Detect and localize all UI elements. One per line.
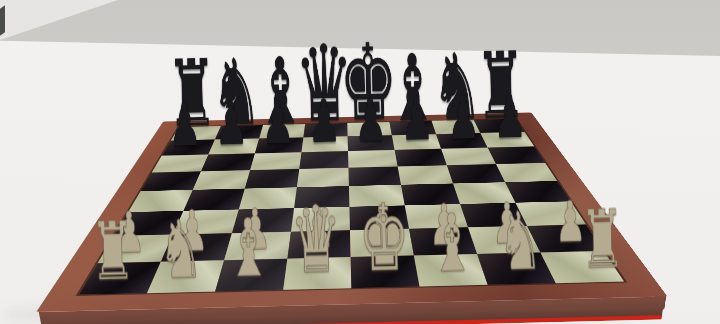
square-c1[interactable]: ♝ [215,259,287,292]
square-a7[interactable]: ♟ [162,140,215,156]
square-d6[interactable] [299,151,348,169]
board-border: ♜♞♝♛♚♝♞♜♟♟♟♟♟♟♟♟♟♟♟♟♟♟♟♟♜♞♝♛♚♝♞♜ [36,113,667,312]
square-g5[interactable] [447,164,505,183]
black-pawn[interactable]: ♟ [493,86,528,147]
black-pawn[interactable]: ♟ [446,87,481,148]
black-pawn[interactable]: ♟ [400,88,435,149]
black-pawn[interactable]: ♟ [307,91,342,152]
white-knight[interactable]: ♞ [158,210,204,291]
black-pawn[interactable]: ♟ [214,93,249,154]
square-b1[interactable]: ♞ [147,260,224,293]
chess-board[interactable]: ♜♞♝♛♚♝♞♜♟♟♟♟♟♟♟♟♟♟♟♟♟♟♟♟♜♞♝♛♚♝♞♜ [36,113,667,312]
square-g7[interactable]: ♟ [436,133,488,149]
square-f1[interactable]: ♝ [414,254,488,286]
square-c7[interactable]: ♟ [255,137,304,153]
square-c6[interactable] [250,152,301,170]
photo-scene: ♜♞♝♛♚♝♞♜♟♟♟♟♟♟♟♟♟♟♟♟♟♟♟♟♜♞♝♛♚♝♞♜ [0,0,720,324]
square-d1[interactable]: ♛ [283,257,351,290]
board-viewport: ♜♞♝♛♚♝♞♜♟♟♟♟♟♟♟♟♟♟♟♟♟♟♟♟♜♞♝♛♚♝♞♜ [0,9,713,324]
square-h6[interactable] [488,147,545,164]
square-a6[interactable] [152,155,209,173]
square-h1[interactable]: ♜ [540,251,624,283]
square-d5[interactable] [297,168,349,188]
white-queen[interactable]: ♛ [290,195,343,288]
black-pawn[interactable]: ♟ [167,94,202,155]
white-bishop[interactable]: ♝ [429,203,475,284]
square-b5[interactable] [193,170,250,190]
white-rook[interactable]: ♜ [579,200,625,281]
square-d7[interactable]: ♟ [301,136,348,152]
square-e5[interactable] [348,166,401,186]
board-squares: ♜♞♝♛♚♝♞♜♟♟♟♟♟♟♟♟♟♟♟♟♟♟♟♟♜♞♝♛♚♝♞♜ [79,119,624,295]
black-pawn[interactable]: ♟ [353,90,388,151]
square-f7[interactable]: ♟ [392,134,441,150]
square-b6[interactable] [201,153,255,171]
square-c5[interactable] [245,169,300,189]
white-rook[interactable]: ♜ [90,212,136,293]
square-h5[interactable] [496,163,557,182]
white-bishop[interactable]: ♝ [225,208,271,289]
square-f5[interactable] [398,165,453,185]
board-perspective-wrapper: ♜♞♝♛♚♝♞♜♟♟♟♟♟♟♟♟♟♟♟♟♟♟♟♟♜♞♝♛♚♝♞♜ [0,0,720,324]
white-knight[interactable]: ♞ [497,202,543,283]
square-e6[interactable] [348,150,398,168]
square-e1[interactable]: ♚ [351,256,420,289]
square-e7[interactable]: ♟ [348,135,395,151]
black-pawn[interactable]: ♟ [260,92,295,153]
square-b7[interactable]: ♟ [208,138,259,154]
square-g6[interactable] [441,148,496,165]
square-f6[interactable] [395,149,447,167]
white-king[interactable]: ♚ [357,193,410,286]
square-h7[interactable]: ♟ [480,132,534,148]
square-a5[interactable] [141,171,201,191]
